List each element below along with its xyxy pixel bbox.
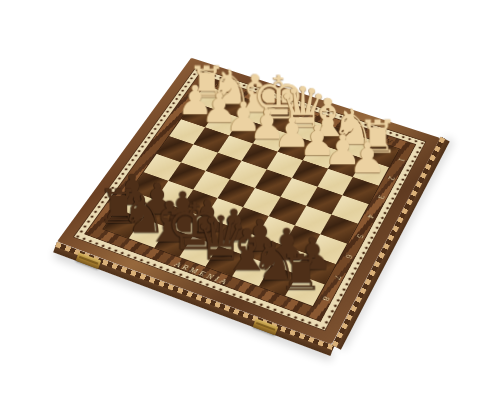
piece-black-rook[interactable]: ♜ xyxy=(271,250,331,297)
chess-board: HGFEDCBA 12345678 ARMENIA ♜♞♝♚♛♝♞♜♟♟♟♟♟♟… xyxy=(57,58,440,345)
